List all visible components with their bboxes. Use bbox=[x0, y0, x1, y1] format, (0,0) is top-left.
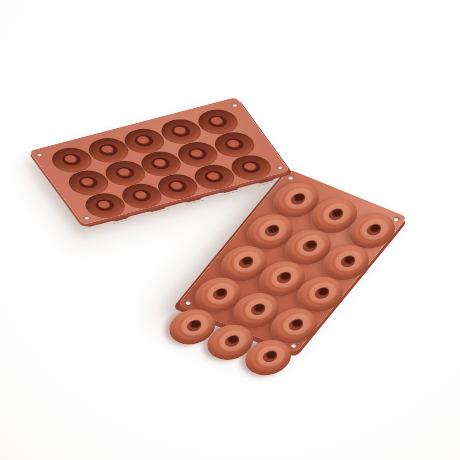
silicone-mold-top-view bbox=[29, 97, 290, 225]
product-photo bbox=[0, 0, 460, 460]
bump-grid bbox=[187, 177, 397, 346]
corner-hole bbox=[231, 103, 238, 107]
corner-hole bbox=[36, 152, 43, 156]
corner-hole bbox=[83, 216, 90, 220]
corner-hole bbox=[276, 165, 283, 169]
cavity-grid bbox=[46, 106, 274, 216]
